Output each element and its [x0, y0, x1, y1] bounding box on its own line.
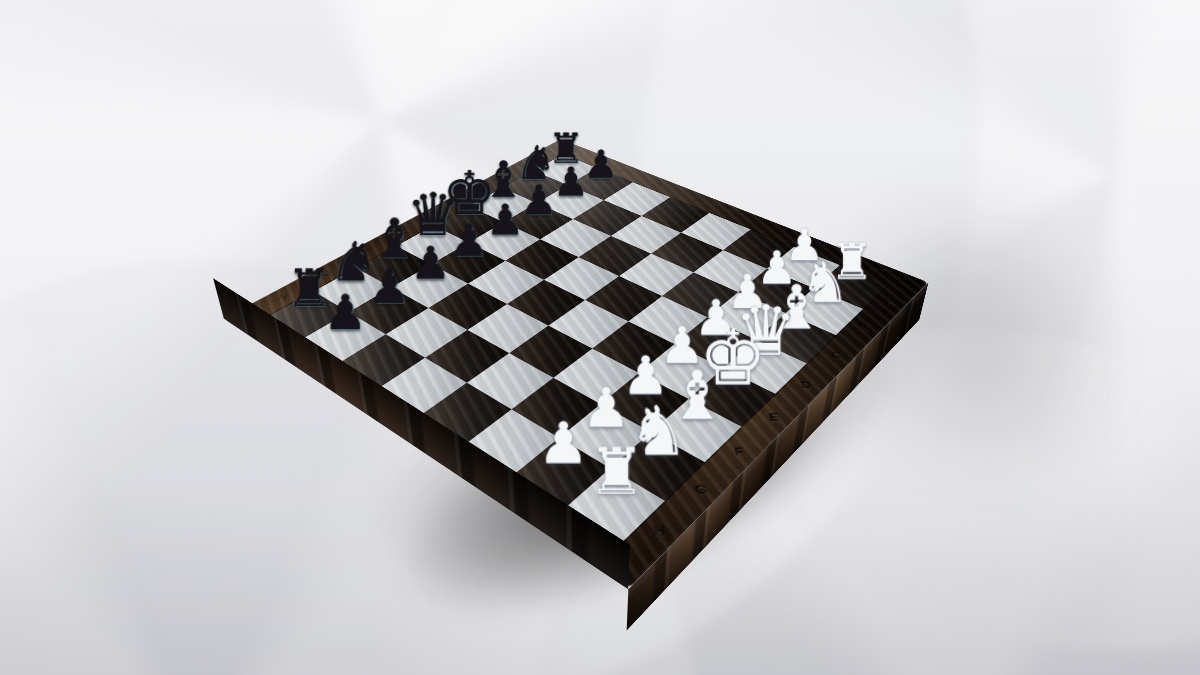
file-engraving: A: [883, 298, 896, 307]
chess-scene: 11HH22GG33FF44EE55DD66CC77BB88AA ♜♞♝♛♚♝♞…: [0, 0, 1200, 675]
file-engraving: B: [857, 323, 870, 333]
file-engraving: F: [733, 446, 745, 459]
file-engraving: C: [829, 350, 842, 360]
piece-black-pawn: ♟: [294, 288, 395, 336]
file-engraving: D: [799, 380, 813, 391]
rank-engraving-far: 4: [693, 197, 700, 204]
piece-white-rook: ♜: [554, 440, 677, 504]
chess-board: 11HH22GG33FF44EE55DD66CC77BB88AA ♜♞♝♛♚♝♞…: [224, 139, 929, 589]
file-engraving: E: [767, 412, 780, 424]
file-engraving: G: [694, 483, 709, 497]
rank-engraving-far: 5: [733, 212, 741, 219]
rank-engraving-far: 3: [655, 182, 662, 188]
file-engraving: H: [653, 524, 667, 539]
chess-scene-background: 11HH22GG33FF44EE55DD66CC77BB88AA ♜♞♝♛♚♝♞…: [0, 0, 1200, 675]
